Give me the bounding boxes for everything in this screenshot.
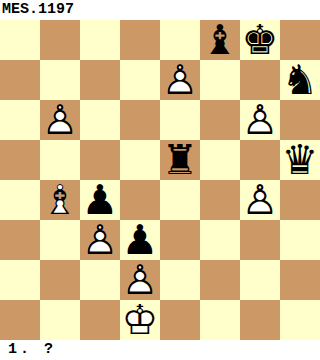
square-c5[interactable] bbox=[80, 140, 120, 180]
piece-black-knight: ♞ bbox=[280, 60, 320, 100]
square-d4[interactable] bbox=[120, 180, 160, 220]
square-d8[interactable] bbox=[120, 20, 160, 60]
square-d5[interactable] bbox=[120, 140, 160, 180]
square-b1[interactable] bbox=[40, 300, 80, 340]
square-h7[interactable]: ♞ bbox=[280, 60, 320, 100]
piece-black-pawn: ♟ bbox=[80, 180, 120, 220]
square-d3[interactable]: ♟ bbox=[120, 220, 160, 260]
square-b2[interactable] bbox=[40, 260, 80, 300]
square-g5[interactable] bbox=[240, 140, 280, 180]
move-prompt: 1. ? bbox=[0, 340, 320, 360]
square-a8[interactable] bbox=[0, 20, 40, 60]
square-a4[interactable] bbox=[0, 180, 40, 220]
piece-white-bishop: ♗ bbox=[40, 180, 80, 220]
piece-white-pawn: ♙ bbox=[40, 100, 80, 140]
piece-white-bishop-fill: ♝ bbox=[40, 180, 80, 220]
piece-white-king: ♔ bbox=[120, 300, 160, 340]
piece-white-pawn-fill: ♟ bbox=[40, 100, 80, 140]
square-a6[interactable] bbox=[0, 100, 40, 140]
square-h4[interactable] bbox=[280, 180, 320, 220]
square-f6[interactable] bbox=[200, 100, 240, 140]
piece-white-pawn-fill: ♟ bbox=[160, 60, 200, 100]
square-e5[interactable]: ♜ bbox=[160, 140, 200, 180]
piece-white-king-fill: ♚ bbox=[120, 300, 160, 340]
square-e6[interactable] bbox=[160, 100, 200, 140]
square-h3[interactable] bbox=[280, 220, 320, 260]
square-b5[interactable] bbox=[40, 140, 80, 180]
square-b4[interactable]: ♝♗ bbox=[40, 180, 80, 220]
square-f8[interactable]: ♝ bbox=[200, 20, 240, 60]
square-c2[interactable] bbox=[80, 260, 120, 300]
piece-black-king: ♚ bbox=[240, 20, 280, 60]
square-e4[interactable] bbox=[160, 180, 200, 220]
square-h5[interactable]: ♛ bbox=[280, 140, 320, 180]
piece-black-bishop: ♝ bbox=[200, 20, 240, 60]
piece-white-pawn: ♙ bbox=[160, 60, 200, 100]
piece-white-pawn-fill: ♟ bbox=[240, 180, 280, 220]
square-g7[interactable] bbox=[240, 60, 280, 100]
square-g6[interactable]: ♟♙ bbox=[240, 100, 280, 140]
square-h8[interactable] bbox=[280, 20, 320, 60]
square-a1[interactable] bbox=[0, 300, 40, 340]
piece-black-queen: ♛ bbox=[280, 140, 320, 180]
piece-black-rook: ♜ bbox=[160, 140, 200, 180]
square-e7[interactable]: ♟♙ bbox=[160, 60, 200, 100]
square-a2[interactable] bbox=[0, 260, 40, 300]
square-b3[interactable] bbox=[40, 220, 80, 260]
square-b8[interactable] bbox=[40, 20, 80, 60]
square-f5[interactable] bbox=[200, 140, 240, 180]
square-a7[interactable] bbox=[0, 60, 40, 100]
square-c6[interactable] bbox=[80, 100, 120, 140]
piece-white-pawn-fill: ♟ bbox=[120, 260, 160, 300]
piece-white-pawn: ♙ bbox=[240, 180, 280, 220]
square-f2[interactable] bbox=[200, 260, 240, 300]
square-c4[interactable]: ♟ bbox=[80, 180, 120, 220]
square-g8[interactable]: ♚ bbox=[240, 20, 280, 60]
square-a5[interactable] bbox=[0, 140, 40, 180]
piece-white-pawn-fill: ♟ bbox=[240, 100, 280, 140]
square-h6[interactable] bbox=[280, 100, 320, 140]
square-d1[interactable]: ♚♔ bbox=[120, 300, 160, 340]
square-f3[interactable] bbox=[200, 220, 240, 260]
square-a3[interactable] bbox=[0, 220, 40, 260]
square-d2[interactable]: ♟♙ bbox=[120, 260, 160, 300]
square-f4[interactable] bbox=[200, 180, 240, 220]
square-c7[interactable] bbox=[80, 60, 120, 100]
chess-board: ♝♚♟♙♞♟♙♟♙♜♛♝♗♟♟♙♟♙♟♟♙♚♔ bbox=[0, 20, 320, 340]
piece-white-pawn: ♙ bbox=[80, 220, 120, 260]
piece-white-pawn-fill: ♟ bbox=[80, 220, 120, 260]
square-c3[interactable]: ♟♙ bbox=[80, 220, 120, 260]
square-g3[interactable] bbox=[240, 220, 280, 260]
page-title: MES.1197 bbox=[0, 0, 320, 20]
square-e8[interactable] bbox=[160, 20, 200, 60]
piece-white-pawn: ♙ bbox=[120, 260, 160, 300]
square-b6[interactable]: ♟♙ bbox=[40, 100, 80, 140]
square-e2[interactable] bbox=[160, 260, 200, 300]
piece-white-pawn: ♙ bbox=[240, 100, 280, 140]
square-b7[interactable] bbox=[40, 60, 80, 100]
piece-black-pawn: ♟ bbox=[120, 220, 160, 260]
square-e3[interactable] bbox=[160, 220, 200, 260]
square-c1[interactable] bbox=[80, 300, 120, 340]
square-g2[interactable] bbox=[240, 260, 280, 300]
square-d7[interactable] bbox=[120, 60, 160, 100]
square-e1[interactable] bbox=[160, 300, 200, 340]
square-f1[interactable] bbox=[200, 300, 240, 340]
square-h2[interactable] bbox=[280, 260, 320, 300]
square-g4[interactable]: ♟♙ bbox=[240, 180, 280, 220]
square-c8[interactable] bbox=[80, 20, 120, 60]
square-g1[interactable] bbox=[240, 300, 280, 340]
square-h1[interactable] bbox=[280, 300, 320, 340]
square-d6[interactable] bbox=[120, 100, 160, 140]
square-f7[interactable] bbox=[200, 60, 240, 100]
